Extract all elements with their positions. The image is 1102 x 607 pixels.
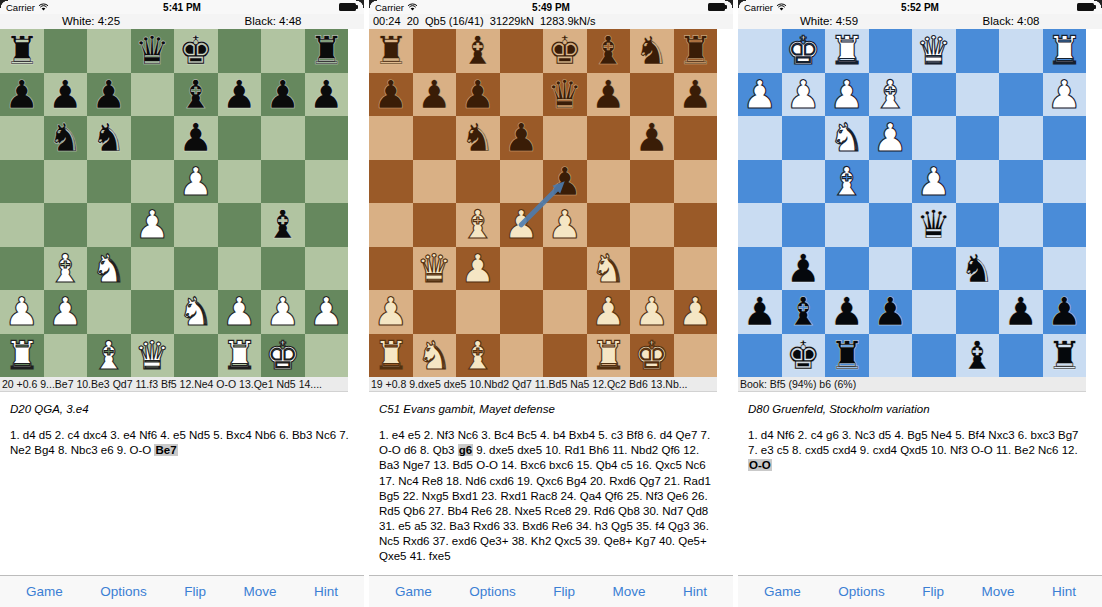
board-square[interactable]: ♟	[1043, 73, 1087, 117]
chess-piece-white: ♟	[634, 290, 669, 333]
board-square[interactable]: ♜	[218, 334, 262, 378]
board-square[interactable]: ♝	[456, 203, 500, 247]
black-clock: Black: 4:48	[182, 14, 364, 29]
board-square[interactable]	[500, 160, 544, 204]
board-square[interactable]: ♟	[44, 290, 88, 334]
board-square[interactable]	[869, 203, 913, 247]
status-time: 5:49 PM	[465, 2, 637, 13]
board-square[interactable]: ♞	[825, 116, 869, 160]
board-square[interactable]	[738, 203, 782, 247]
board-square[interactable]	[543, 334, 587, 378]
board-square[interactable]: ♞	[587, 247, 631, 291]
board-square[interactable]	[305, 247, 349, 291]
game-button[interactable]: Game	[395, 584, 432, 599]
bottom-toolbar: Game Options Flip Move Hint	[369, 575, 733, 607]
chess-piece-black: ♞	[960, 247, 995, 290]
board-square[interactable]: ♞	[87, 116, 131, 160]
chess-piece-black: ♝	[960, 334, 995, 377]
board-square[interactable]	[87, 29, 131, 73]
wifi-icon	[407, 3, 418, 11]
board-square[interactable]: ♜	[825, 29, 869, 73]
board-square[interactable]: ♟	[543, 203, 587, 247]
board-square[interactable]	[674, 334, 718, 378]
board-square[interactable]	[912, 73, 956, 117]
board-square[interactable]: ♝	[869, 73, 913, 117]
board-square[interactable]	[369, 247, 413, 291]
board-square[interactable]	[369, 203, 413, 247]
board-square[interactable]	[87, 203, 131, 247]
board-square[interactable]: ♛	[413, 247, 457, 291]
board-square[interactable]: ♚	[782, 334, 826, 378]
chess-piece-black: ♟	[309, 73, 344, 116]
board-square[interactable]: ♟	[825, 73, 869, 117]
board-square[interactable]	[587, 203, 631, 247]
chess-piece-white: ♜	[373, 334, 408, 377]
board-square[interactable]: ♜	[369, 29, 413, 73]
board-square[interactable]	[131, 160, 175, 204]
hint-button[interactable]: Hint	[1052, 584, 1076, 599]
board-square[interactable]: ♟	[456, 247, 500, 291]
move-list[interactable]: 1. d4 Nf6 2. c4 g6 3. Nc3 d5 4. Bg5 Ne4 …	[748, 428, 1090, 474]
board-square[interactable]	[912, 116, 956, 160]
board-square[interactable]	[44, 160, 88, 204]
game-button[interactable]: Game	[26, 584, 63, 599]
chess-piece-black: ♞	[91, 116, 126, 159]
chess-piece-white: ♟	[873, 116, 908, 159]
board-square[interactable]	[999, 116, 1043, 160]
board-square[interactable]: ♟	[305, 73, 349, 117]
board-square[interactable]	[131, 247, 175, 291]
board-square[interactable]: ♞	[174, 290, 218, 334]
board-square[interactable]: ♟	[869, 290, 913, 334]
board-square[interactable]	[543, 116, 587, 160]
screen-corner	[356, 0, 364, 8]
battery-icon	[339, 3, 356, 11]
board-square[interactable]	[174, 247, 218, 291]
board-square[interactable]: ♝	[87, 334, 131, 378]
hint-button[interactable]: Hint	[314, 584, 338, 599]
board-square[interactable]	[999, 247, 1043, 291]
chess-piece-black: ♝	[265, 203, 300, 246]
board-square[interactable]	[305, 160, 349, 204]
board-square[interactable]: ♟	[456, 73, 500, 117]
board-square[interactable]: ♞	[87, 247, 131, 291]
board-square[interactable]	[261, 116, 305, 160]
board-square[interactable]: ♟	[174, 160, 218, 204]
board-square[interactable]	[825, 203, 869, 247]
chess-piece-white: ♛	[135, 334, 170, 377]
battery-icon	[1077, 3, 1094, 11]
chess-piece-black: ♟	[4, 73, 39, 116]
board-square[interactable]	[630, 203, 674, 247]
engine-analysis-line: 20 +0.6 9...Be7 10.Be3 Qd7 11.f3 Bf5 12.…	[0, 377, 348, 392]
board-square[interactable]	[738, 160, 782, 204]
board-square[interactable]	[0, 203, 44, 247]
chess-piece-black: ♚	[547, 29, 582, 72]
board-square[interactable]: ♜	[674, 29, 718, 73]
board-square[interactable]: ♛	[543, 73, 587, 117]
board-square[interactable]	[782, 160, 826, 204]
board-square[interactable]	[44, 334, 88, 378]
board-square[interactable]: ♜	[0, 334, 44, 378]
flip-button[interactable]: Flip	[184, 584, 206, 599]
chess-piece-white: ♚	[786, 29, 821, 72]
board-square[interactable]	[305, 203, 349, 247]
wifi-icon	[38, 3, 49, 11]
board-square[interactable]: ♟	[630, 116, 674, 160]
move-list[interactable]: 1. d4 d5 2. c4 dxc4 3. e4 Nf6 4. e5 Nd5 …	[10, 428, 352, 458]
board-square[interactable]	[500, 334, 544, 378]
board-square[interactable]: ♛	[131, 29, 175, 73]
board-square[interactable]: ♞	[44, 116, 88, 160]
board-square[interactable]	[630, 73, 674, 117]
board-square[interactable]: ♟	[218, 73, 262, 117]
chess-piece-white: ♟	[135, 203, 170, 246]
board-square[interactable]	[825, 247, 869, 291]
board-square[interactable]: ♟	[674, 290, 718, 334]
board-square[interactable]	[218, 29, 262, 73]
options-button[interactable]: Options	[469, 584, 516, 599]
board-square[interactable]: ♝	[261, 203, 305, 247]
board-square[interactable]	[782, 116, 826, 160]
board-square[interactable]: ♟	[0, 290, 44, 334]
board-square[interactable]	[44, 203, 88, 247]
board-square[interactable]: ♞	[630, 29, 674, 73]
board-square[interactable]	[456, 290, 500, 334]
screen-corner	[725, 0, 733, 8]
board-square[interactable]: ♟	[999, 290, 1043, 334]
board-square[interactable]: ♟	[369, 73, 413, 117]
bottom-toolbar: Game Options Flip Move Hint	[738, 575, 1102, 607]
board-square[interactable]	[131, 290, 175, 334]
board-square[interactable]	[0, 160, 44, 204]
board-square[interactable]	[999, 29, 1043, 73]
chess-piece-black: ♟	[829, 290, 864, 333]
board-square[interactable]	[1043, 116, 1087, 160]
board-square[interactable]: ♜	[305, 29, 349, 73]
chess-piece-black: ♟	[591, 73, 626, 116]
board-square[interactable]: ♝	[174, 73, 218, 117]
board-square[interactable]: ♝	[782, 290, 826, 334]
carrier-label: Carrier	[744, 2, 773, 13]
board-square[interactable]	[782, 203, 826, 247]
chess-piece-black: ♞	[460, 116, 495, 159]
board-square[interactable]	[999, 73, 1043, 117]
move-button[interactable]: Move	[981, 584, 1014, 599]
opening-name: D20 QGA, 3.e4	[10, 403, 354, 415]
board-square[interactable]: ♟	[369, 290, 413, 334]
board-square[interactable]	[1043, 247, 1087, 291]
board-square[interactable]	[956, 203, 1000, 247]
chess-piece-white: ♟	[678, 290, 713, 333]
board-square[interactable]	[0, 247, 44, 291]
options-button[interactable]: Options	[838, 584, 885, 599]
board-square[interactable]	[500, 29, 544, 73]
board-square[interactable]: ♟	[500, 203, 544, 247]
chess-piece-white: ♝	[873, 73, 908, 116]
chess-piece-black: ♝	[786, 290, 821, 333]
chess-piece-white: ♞	[829, 116, 864, 159]
board-square[interactable]	[956, 290, 1000, 334]
chess-piece-white: ♟	[4, 290, 39, 333]
chess-piece-white: ♟	[742, 73, 777, 116]
board-square[interactable]	[738, 334, 782, 378]
board-square[interactable]	[174, 203, 218, 247]
board-square[interactable]	[912, 247, 956, 291]
board-square[interactable]: ♟	[782, 73, 826, 117]
board-square[interactable]	[87, 160, 131, 204]
board-square[interactable]	[912, 334, 956, 378]
board-square[interactable]	[218, 116, 262, 160]
board-square[interactable]: ♟	[1043, 290, 1087, 334]
board-square[interactable]: ♞	[456, 116, 500, 160]
chess-board-1[interactable]: ♜♛♚♜♟♟♟♝♟♟♟♞♞♟♟♟♝♝♞♟♟♞♟♟♟♜♝♛♜♚	[0, 29, 348, 377]
board-square[interactable]	[1043, 160, 1087, 204]
chess-piece-black: ♚	[786, 334, 821, 377]
board-square[interactable]	[0, 116, 44, 160]
board-square[interactable]	[956, 73, 1000, 117]
board-square[interactable]	[674, 160, 718, 204]
board-square[interactable]: ♟	[738, 290, 782, 334]
chess-piece-black: ♟	[417, 73, 452, 116]
board-square[interactable]	[674, 203, 718, 247]
board-square[interactable]: ♚	[782, 29, 826, 73]
board-square[interactable]	[999, 203, 1043, 247]
board-square[interactable]: ♜	[0, 29, 44, 73]
battery-icon	[708, 3, 725, 11]
chess-piece-black: ♟	[678, 73, 713, 116]
board-square[interactable]	[587, 116, 631, 160]
board-square[interactable]: ♝	[825, 160, 869, 204]
chess-board-3[interactable]: ♚♜♛♜♟♟♟♝♟♞♟♝♟♛♟♞♟♝♟♟♟♟♚♜♝♜	[738, 29, 1086, 377]
board-square[interactable]	[869, 29, 913, 73]
board-square[interactable]	[738, 116, 782, 160]
wifi-icon	[776, 3, 787, 11]
board-square[interactable]	[956, 29, 1000, 73]
chess-piece-white: ♟	[460, 247, 495, 290]
chess-piece-black: ♟	[460, 73, 495, 116]
board-square[interactable]: ♜	[1043, 334, 1087, 378]
board-square[interactable]: ♟	[825, 290, 869, 334]
board-square[interactable]: ♟	[174, 116, 218, 160]
board-square[interactable]: ♞	[956, 247, 1000, 291]
black-clock: Black: 4:08	[920, 14, 1102, 29]
board-square[interactable]: ♛	[912, 203, 956, 247]
screenshot-strip: Carrier 5:41 PM White: 4:25 Black: 4:48 …	[0, 0, 1102, 607]
phone-screenshot-1: Carrier 5:41 PM White: 4:25 Black: 4:48 …	[0, 0, 364, 607]
board-square[interactable]	[218, 160, 262, 204]
board-square[interactable]	[261, 29, 305, 73]
board-square[interactable]: ♟	[305, 290, 349, 334]
current-move: g6	[458, 444, 473, 456]
chess-piece-white: ♟	[222, 290, 257, 333]
board-square[interactable]: ♟	[500, 116, 544, 160]
move-button[interactable]: Move	[243, 584, 276, 599]
board-square[interactable]: ♟	[738, 73, 782, 117]
board-square[interactable]	[869, 160, 913, 204]
board-square[interactable]: ♝	[456, 29, 500, 73]
board-square[interactable]	[587, 160, 631, 204]
board-square[interactable]: ♚	[261, 334, 305, 378]
board-square[interactable]: ♟	[587, 290, 631, 334]
board-square[interactable]	[174, 334, 218, 378]
board-square[interactable]	[500, 290, 544, 334]
board-square[interactable]	[87, 290, 131, 334]
clock-row: White: 4:25 Black: 4:48	[0, 14, 364, 29]
board-square[interactable]: ♛	[131, 334, 175, 378]
board-square[interactable]: ♚	[630, 334, 674, 378]
board-square[interactable]	[912, 290, 956, 334]
board-square[interactable]	[413, 290, 457, 334]
board-square[interactable]: ♟	[782, 247, 826, 291]
board-square[interactable]	[956, 116, 1000, 160]
board-square[interactable]: ♟	[869, 116, 913, 160]
chess-piece-black: ♟	[222, 73, 257, 116]
chess-board-2[interactable]: ♜♝♚♝♞♜♟♟♟♛♟♟♞♟♟♟♝♟♟♛♟♞♟♟♟♟♜♞♝♜♚	[369, 29, 717, 377]
chess-piece-black: ♚	[178, 29, 213, 72]
board-square[interactable]	[500, 247, 544, 291]
flip-button[interactable]: Flip	[922, 584, 944, 599]
board-square[interactable]: ♟	[261, 290, 305, 334]
board-square[interactable]: ♜	[369, 334, 413, 378]
board-square[interactable]	[305, 116, 349, 160]
board-square[interactable]: ♟	[587, 73, 631, 117]
board-square[interactable]	[413, 160, 457, 204]
chess-piece-white: ♝	[829, 160, 864, 203]
board-square[interactable]: ♟	[0, 73, 44, 117]
chess-piece-black: ♟	[1047, 290, 1082, 333]
board-square[interactable]: ♛	[912, 29, 956, 73]
status-bar: Carrier 5:52 PM	[738, 0, 1102, 14]
board-square[interactable]: ♝	[44, 247, 88, 291]
chess-piece-white: ♛	[916, 29, 951, 72]
board-square[interactable]	[738, 247, 782, 291]
board-square[interactable]	[413, 116, 457, 160]
board-square[interactable]	[369, 160, 413, 204]
chess-piece-white: ♞	[91, 247, 126, 290]
board-square[interactable]: ♜	[825, 334, 869, 378]
chess-piece-white: ♝	[460, 334, 495, 377]
chess-piece-white: ♟	[547, 203, 582, 246]
move-button[interactable]: Move	[612, 584, 645, 599]
flip-button[interactable]: Flip	[553, 584, 575, 599]
chess-piece-white: ♝	[91, 334, 126, 377]
board-square[interactable]: ♟	[630, 290, 674, 334]
chess-piece-white: ♟	[373, 290, 408, 333]
chess-piece-white: ♚	[634, 334, 669, 377]
board-square[interactable]	[218, 203, 262, 247]
board-square[interactable]	[999, 334, 1043, 378]
chess-piece-white: ♛	[417, 247, 452, 290]
board-square[interactable]	[674, 116, 718, 160]
options-button[interactable]: Options	[100, 584, 147, 599]
board-square[interactable]	[543, 247, 587, 291]
board-square[interactable]: ♟	[261, 73, 305, 117]
phone-screenshot-2: Carrier 5:49 PM 00:24 20 Qb5 (16/41) 312…	[369, 0, 733, 607]
chess-piece-black: ♜	[1047, 334, 1082, 377]
board-square[interactable]	[869, 247, 913, 291]
chess-piece-black: ♛	[135, 29, 170, 72]
board-square[interactable]: ♟	[413, 73, 457, 117]
board-square[interactable]: ♚	[174, 29, 218, 73]
engine-stats-row: 00:24 20 Qb5 (16/41) 31229kN 1283.9kN/s	[369, 14, 733, 29]
board-square[interactable]: ♟	[218, 290, 262, 334]
board-square[interactable]: ♟	[912, 160, 956, 204]
board-square[interactable]	[413, 203, 457, 247]
board-square[interactable]	[999, 160, 1043, 204]
board-square[interactable]	[500, 73, 544, 117]
board-square[interactable]	[630, 247, 674, 291]
board-square[interactable]	[369, 116, 413, 160]
board-square[interactable]	[131, 73, 175, 117]
board-square[interactable]	[44, 29, 88, 73]
carrier-label: Carrier	[375, 2, 404, 13]
board-square[interactable]: ♟	[131, 203, 175, 247]
status-time: 5:52 PM	[834, 2, 1006, 13]
board-square[interactable]	[413, 29, 457, 73]
board-square[interactable]: ♟	[44, 73, 88, 117]
board-square[interactable]	[218, 247, 262, 291]
screen-corner	[0, 0, 8, 8]
board-square[interactable]: ♟	[87, 73, 131, 117]
chess-piece-white: ♟	[829, 73, 864, 116]
board-square[interactable]: ♜	[1043, 29, 1087, 73]
board-square[interactable]	[131, 116, 175, 160]
chess-piece-black: ♟	[547, 160, 582, 203]
board-square[interactable]	[956, 160, 1000, 204]
board-square[interactable]	[305, 334, 349, 378]
chess-piece-black: ♟	[1003, 290, 1038, 333]
chess-piece-black: ♟	[265, 73, 300, 116]
chess-piece-black: ♝	[591, 29, 626, 72]
board-square[interactable]	[261, 160, 305, 204]
board-square[interactable]: ♟	[543, 160, 587, 204]
screen-corner	[1094, 0, 1102, 8]
moves-before: 1. d4 Nf6 2. c4 g6 3. Nc3 d5 4. Bg5 Ne4 …	[748, 429, 1079, 456]
board-square[interactable]: ♞	[413, 334, 457, 378]
board-square[interactable]: ♟	[674, 73, 718, 117]
board-square[interactable]: ♜	[587, 334, 631, 378]
move-list[interactable]: 1. e4 e5 2. Nf3 Nc6 3. Bc4 Bc5 4. b4 Bxb…	[379, 428, 721, 565]
chess-piece-black: ♟	[373, 73, 408, 116]
chess-piece-black: ♛	[916, 203, 951, 246]
chess-piece-white: ♟	[178, 160, 213, 203]
status-bar: Carrier 5:49 PM	[369, 0, 733, 14]
board-square[interactable]	[738, 29, 782, 73]
board-square[interactable]	[543, 290, 587, 334]
chess-piece-white: ♟	[786, 73, 821, 116]
board-square[interactable]	[1043, 203, 1087, 247]
moves-before: 1. d4 d5 2. c4 dxc4 3. e4 Nf6 4. e5 Nd5 …	[10, 429, 349, 456]
chess-piece-black: ♟	[504, 116, 539, 159]
game-button[interactable]: Game	[764, 584, 801, 599]
board-square[interactable]	[630, 160, 674, 204]
chess-piece-black: ♟	[48, 73, 83, 116]
board-square[interactable]: ♝	[456, 334, 500, 378]
current-move: O-O	[748, 459, 772, 471]
hint-button[interactable]: Hint	[683, 584, 707, 599]
board-square[interactable]: ♚	[543, 29, 587, 73]
board-square[interactable]: ♝	[956, 334, 1000, 378]
board-square[interactable]: ♝	[587, 29, 631, 73]
chess-piece-white: ♟	[309, 290, 344, 333]
board-square[interactable]	[261, 247, 305, 291]
board-square[interactable]	[456, 160, 500, 204]
board-square[interactable]	[674, 247, 718, 291]
chess-piece-black: ♝	[460, 29, 495, 72]
board-square[interactable]	[869, 334, 913, 378]
carrier-label: Carrier	[6, 2, 35, 13]
